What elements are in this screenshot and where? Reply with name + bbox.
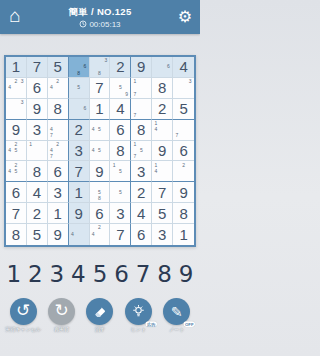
timer: 00:05:13	[79, 20, 120, 29]
undo-icon: ↺	[16, 302, 30, 319]
cell-value: 5	[158, 206, 166, 221]
cell-value: 9	[74, 206, 82, 221]
pencil-marks: 6	[69, 99, 88, 118]
cell-r7c2[interactable]: 4	[27, 182, 48, 203]
cell-r6c4[interactable]: 7	[69, 161, 90, 182]
pencil-marks: 7	[132, 99, 151, 118]
pencil-marks: 5	[69, 78, 88, 97]
pad-number-4[interactable]: 4	[71, 263, 86, 286]
cell-r6c8[interactable]: 14	[152, 161, 173, 182]
cell-value: 7	[33, 59, 41, 74]
pencil-marks: 24	[48, 78, 67, 97]
hint-button[interactable]: 広告 ヒント	[120, 298, 156, 332]
pencil-marks: 6	[153, 58, 172, 77]
cell-r5c1[interactable]: 245	[6, 141, 27, 162]
number-pad: 1 2 3 4 5 6 7 8 9	[0, 256, 200, 292]
note-button[interactable]: ✎ OFF ノート	[159, 298, 195, 332]
pencil-marks: 2	[174, 162, 194, 181]
settings-button[interactable]: ⚙	[170, 2, 200, 32]
cell-r1c1[interactable]: 1	[6, 57, 27, 78]
cell-r5c7[interactable]: 157	[131, 141, 152, 162]
cell-r1c8[interactable]: 6	[152, 57, 173, 78]
cell-value: 6	[137, 227, 145, 242]
cell-r7c7[interactable]: 2	[131, 182, 152, 203]
cell-value: 1	[74, 185, 82, 200]
pad-number-3[interactable]: 3	[50, 263, 65, 286]
cell-value: 7	[116, 227, 124, 242]
cell-r7c8[interactable]: 7	[152, 182, 173, 203]
note-badge: OFF	[184, 321, 196, 327]
cell-value: 3	[54, 185, 62, 200]
clock-icon	[79, 20, 87, 28]
eraser-icon	[93, 305, 107, 319]
pencil-marks: 5	[111, 183, 130, 202]
pencil-marks: 17	[132, 78, 151, 97]
cell-value: 2	[137, 185, 145, 200]
cell-r8c6[interactable]: 3	[110, 203, 131, 224]
pencil-marks: 245	[7, 141, 26, 160]
cell-r3c5[interactable]: 1	[90, 99, 111, 120]
cell-r9c8[interactable]: 3	[152, 224, 173, 245]
cell-r1c6[interactable]: 2	[110, 57, 131, 78]
cell-r4c1[interactable]: 9	[6, 120, 27, 141]
cell-r3c7[interactable]: 7	[131, 99, 152, 120]
cell-value: 2	[158, 101, 166, 116]
cell-value: 9	[179, 185, 187, 200]
cell-r2c8[interactable]: 8	[152, 78, 173, 99]
cell-value: 8	[116, 143, 124, 158]
cell-r2c7[interactable]: 17	[131, 78, 152, 99]
cell-value: 2	[33, 206, 41, 221]
cell-r1c2[interactable]: 7	[27, 57, 48, 78]
cell-value: 4	[116, 101, 124, 116]
cell-r5c2[interactable]: 1	[27, 141, 48, 162]
cell-r9c9[interactable]: 1	[173, 224, 194, 245]
cell-r2c1[interactable]: 234	[6, 78, 27, 99]
cell-value: 5	[179, 101, 187, 116]
cell-r3c1[interactable]: 3	[6, 99, 27, 120]
hint-icon	[131, 304, 146, 319]
cell-value: 9	[54, 227, 62, 242]
cell-value: 8	[158, 80, 166, 95]
cell-r8c1[interactable]: 7	[6, 203, 27, 224]
puzzle-title: 簡単 / NO.125	[69, 6, 132, 19]
cell-r2c9[interactable]: 3	[173, 78, 194, 99]
hint-label: ヒント	[131, 327, 146, 332]
pencil-marks: 38	[90, 58, 109, 77]
toolbar: ↺ 実行キャンセル ↻ 再実行 消す 広告 ヒント ✎	[0, 298, 200, 344]
cell-r2c6[interactable]: 59	[110, 78, 131, 99]
pad-number-7[interactable]: 7	[136, 263, 151, 286]
erase-button[interactable]: 消す	[82, 298, 118, 332]
cell-value: 8	[33, 164, 41, 179]
gear-icon: ⚙	[178, 9, 192, 25]
pencil-marks: 14	[153, 162, 172, 181]
cell-r4c7[interactable]: 8	[131, 120, 152, 141]
note-icon: ✎	[171, 305, 183, 319]
cell-value: 3	[74, 143, 82, 158]
cell-value: 7	[74, 164, 82, 179]
cell-r5c8[interactable]: 9	[152, 141, 173, 162]
home-button[interactable]: ⌂	[0, 2, 30, 32]
cell-r4c2[interactable]: 3	[27, 120, 48, 141]
cell-r1c9[interactable]: 4	[173, 57, 194, 78]
cell-value: 4	[33, 185, 41, 200]
cell-value: 3	[137, 164, 145, 179]
cell-value: 5	[33, 227, 41, 242]
cell-r7c4[interactable]: 1	[69, 182, 90, 203]
cell-r1c5[interactable]: 38	[90, 57, 111, 78]
cell-r3c4[interactable]: 6	[69, 99, 90, 120]
cell-r7c1[interactable]: 6	[6, 182, 27, 203]
cell-r1c4[interactable]: 68	[69, 57, 90, 78]
cell-value: 7	[12, 206, 20, 221]
cell-r4c4[interactable]: 2	[69, 120, 90, 141]
cell-value: 2	[74, 122, 82, 137]
cell-value: 4	[137, 206, 145, 221]
cell-value: 2	[116, 59, 124, 74]
pencil-marks: 24	[90, 225, 109, 245]
cell-r6c9[interactable]: 2	[173, 161, 194, 182]
redo-button[interactable]: ↻ 再実行	[44, 298, 80, 332]
cell-value: 3	[116, 206, 124, 221]
cell-r2c3[interactable]: 24	[48, 78, 69, 99]
cell-r5c9[interactable]: 6	[173, 141, 194, 162]
hint-badge: 広告	[145, 321, 157, 327]
cell-r8c8[interactable]: 5	[152, 203, 173, 224]
cell-r2c5[interactable]: 7	[90, 78, 111, 99]
cell-r9c2[interactable]: 5	[27, 224, 48, 245]
cell-value: 9	[137, 59, 145, 74]
cell-r7c6[interactable]: 5	[110, 182, 131, 203]
cell-r1c3[interactable]: 5	[48, 57, 69, 78]
cell-value: 7	[95, 80, 103, 95]
cell-r9c5[interactable]: 24	[90, 224, 111, 245]
cell-value: 1	[54, 206, 62, 221]
cell-value: 9	[158, 143, 166, 158]
pencil-marks: 247	[48, 141, 67, 160]
cell-value: 7	[158, 185, 166, 200]
cell-r4c9[interactable]: 7	[173, 120, 194, 141]
timer-value: 00:05:13	[89, 20, 120, 29]
cell-r6c6[interactable]: 15	[110, 161, 131, 182]
pad-number-8[interactable]: 8	[157, 263, 172, 286]
cell-r8c2[interactable]: 2	[27, 203, 48, 224]
cell-r9c7[interactable]: 6	[131, 224, 152, 245]
cell-r4c6[interactable]: 6	[110, 120, 131, 141]
cell-value: 6	[95, 206, 103, 221]
cell-value: 3	[158, 227, 166, 242]
pencil-marks: 45	[90, 120, 109, 139]
cell-r8c9[interactable]: 8	[173, 203, 194, 224]
cell-r2c2[interactable]: 6	[27, 78, 48, 99]
cell-r4c3[interactable]: 47	[48, 120, 69, 141]
cell-r6c1[interactable]: 245	[6, 161, 27, 182]
erase-label: 消す	[95, 327, 105, 332]
cell-value: 8	[137, 122, 145, 137]
cell-value: 8	[54, 101, 62, 116]
pencil-marks: 3	[174, 78, 194, 97]
cell-r6c7[interactable]: 3	[131, 161, 152, 182]
cell-r9c3[interactable]: 9	[48, 224, 69, 245]
cell-r1c7[interactable]: 9	[131, 57, 152, 78]
cell-r4c8[interactable]: 14	[152, 120, 173, 141]
pencil-marks: 59	[111, 78, 130, 97]
cell-r3c6[interactable]: 4	[110, 99, 131, 120]
pad-number-5[interactable]: 5	[93, 263, 108, 286]
cell-r8c4[interactable]: 9	[69, 203, 90, 224]
header-center: 簡単 / NO.125 00:05:13	[69, 6, 132, 29]
cell-value: 5	[54, 59, 62, 74]
pencil-marks: 4	[69, 225, 88, 245]
cell-r5c3[interactable]: 247	[48, 141, 69, 162]
cell-r6c2[interactable]: 8	[27, 161, 48, 182]
cell-value: 1	[12, 59, 20, 74]
redo-icon: ↻	[54, 302, 68, 319]
cell-value: 8	[179, 206, 187, 221]
cell-value: 6	[179, 143, 187, 158]
cell-r9c6[interactable]: 7	[110, 224, 131, 245]
cell-value: 9	[12, 122, 20, 137]
pencil-marks: 234	[7, 78, 26, 97]
cell-r6c3[interactable]: 6	[48, 161, 69, 182]
cell-r3c2[interactable]: 9	[27, 99, 48, 120]
cell-r3c8[interactable]: 2	[152, 99, 173, 120]
pencil-marks: 3	[7, 99, 26, 118]
cell-r5c5[interactable]: 45	[90, 141, 111, 162]
cell-value: 6	[116, 122, 124, 137]
pencil-marks: 68	[69, 58, 88, 77]
pad-number-9[interactable]: 9	[179, 263, 194, 286]
pencil-marks: 157	[132, 141, 151, 160]
cell-r3c3[interactable]: 8	[48, 99, 69, 120]
cell-value: 1	[95, 101, 103, 116]
cell-value: 6	[33, 80, 41, 95]
cell-r9c1[interactable]: 8	[6, 224, 27, 245]
cell-r7c3[interactable]: 3	[48, 182, 69, 203]
cell-r8c3[interactable]: 1	[48, 203, 69, 224]
pad-number-6[interactable]: 6	[114, 263, 129, 286]
home-icon: ⌂	[9, 6, 20, 25]
pad-number-1[interactable]: 1	[6, 263, 21, 286]
cell-value: 6	[54, 164, 62, 179]
cell-r3c9[interactable]: 5	[173, 99, 194, 120]
header: ⌂ 簡単 / NO.125 00:05:13 ⚙	[0, 0, 200, 34]
cell-r7c9[interactable]: 9	[173, 182, 194, 203]
cell-value: 6	[12, 185, 20, 200]
cell-r8c5[interactable]: 6	[90, 203, 111, 224]
sudoku-board: 1756838296423462457591783398614725934724…	[4, 55, 196, 247]
pencil-marks: 15	[111, 162, 130, 181]
note-label: ノート	[169, 327, 184, 332]
cell-value: 1	[179, 227, 187, 242]
pencil-marks: 7	[174, 120, 194, 139]
pencil-marks: 47	[48, 120, 67, 139]
cell-r9c4[interactable]: 4	[69, 224, 90, 245]
cell-r8c7[interactable]: 4	[131, 203, 152, 224]
cell-value: 9	[95, 164, 103, 179]
cell-r5c4[interactable]: 3	[69, 141, 90, 162]
pencil-marks: 14	[153, 120, 172, 139]
cell-r5c6[interactable]: 8	[110, 141, 131, 162]
cell-r7c5[interactable]: 58	[90, 182, 111, 203]
pencil-marks: 45	[90, 141, 109, 160]
pencil-marks: 245	[7, 162, 26, 181]
cell-r6c5[interactable]: 9	[90, 161, 111, 182]
cell-value: 8	[12, 227, 20, 242]
cell-value: 4	[179, 59, 187, 74]
undo-button[interactable]: ↺ 実行キャンセル	[5, 298, 41, 332]
cell-value: 9	[33, 101, 41, 116]
pad-number-2[interactable]: 2	[28, 263, 43, 286]
cell-value: 3	[33, 122, 41, 137]
pencil-marks: 58	[90, 183, 109, 202]
cell-r2c4[interactable]: 5	[69, 78, 90, 99]
cell-r4c5[interactable]: 45	[90, 120, 111, 141]
undo-label: 実行キャンセル	[5, 327, 41, 332]
pencil-marks: 1	[27, 141, 46, 160]
redo-label: 再実行	[54, 327, 69, 332]
